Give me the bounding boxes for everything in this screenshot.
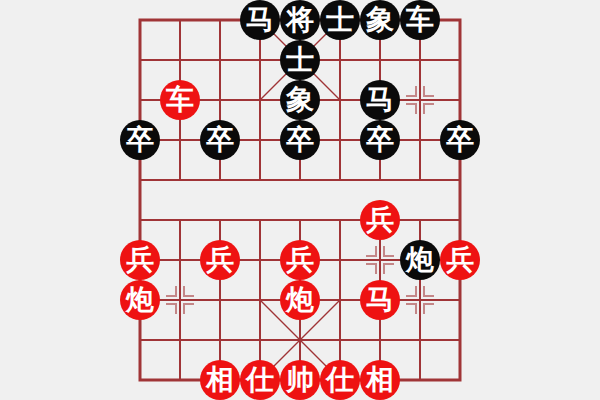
board-point-1-5[interactable] <box>160 200 200 240</box>
board-point-7-8[interactable] <box>400 320 440 360</box>
board-point-8-0[interactable] <box>440 0 480 40</box>
red-chariot-piece[interactable]: 车 <box>160 80 200 120</box>
board-point-2-6[interactable]: 兵 <box>200 240 240 280</box>
board-point-5-0[interactable]: 士 <box>320 0 360 40</box>
position-marker <box>406 286 434 314</box>
board-point-6-9[interactable]: 相 <box>360 360 400 400</box>
board-point-3-0[interactable]: 马 <box>240 0 280 40</box>
board-point-5-6[interactable] <box>320 240 360 280</box>
board-point-4-0[interactable]: 将 <box>280 0 320 40</box>
board-point-4-5[interactable] <box>280 200 320 240</box>
board-point-2-5[interactable] <box>200 200 240 240</box>
board-point-4-4[interactable] <box>280 160 320 200</box>
board-point-2-0[interactable] <box>200 0 240 40</box>
red-advisor-piece[interactable]: 仕 <box>240 360 280 400</box>
board-point-1-7[interactable] <box>160 280 200 320</box>
board-point-6-4[interactable] <box>360 160 400 200</box>
black-advisor-piece[interactable]: 士 <box>280 40 320 80</box>
black-elephant-piece[interactable]: 象 <box>360 0 400 40</box>
red-advisor-piece[interactable]: 仕 <box>320 360 360 400</box>
board-point-0-9[interactable] <box>120 360 160 400</box>
black-soldier-piece[interactable]: 卒 <box>120 120 160 160</box>
board-point-6-2[interactable]: 马 <box>360 80 400 120</box>
board-point-4-8[interactable] <box>280 320 320 360</box>
position-marker <box>406 86 434 114</box>
board-point-3-7[interactable] <box>240 280 280 320</box>
black-soldier-piece[interactable]: 卒 <box>280 120 320 160</box>
board-point-3-3[interactable] <box>240 120 280 160</box>
xiangqi-app-window: 马将士象车士车象马卒卒卒卒卒兵兵兵兵炮兵炮炮马相仕帅仕相 <box>0 0 600 400</box>
red-soldier-piece[interactable]: 兵 <box>280 240 320 280</box>
black-horse-piece[interactable]: 马 <box>360 80 400 120</box>
board-point-5-3[interactable] <box>320 120 360 160</box>
board-point-6-8[interactable] <box>360 320 400 360</box>
board-point-6-0[interactable]: 象 <box>360 0 400 40</box>
red-soldier-piece[interactable]: 兵 <box>120 240 160 280</box>
red-cannon-piece[interactable]: 炮 <box>280 280 320 320</box>
red-soldier-piece[interactable]: 兵 <box>200 240 240 280</box>
board-point-2-4[interactable] <box>200 160 240 200</box>
board-point-8-6[interactable]: 兵 <box>440 240 480 280</box>
board-point-8-8[interactable] <box>440 320 480 360</box>
board-point-6-1[interactable] <box>360 40 400 80</box>
board-point-2-7[interactable] <box>200 280 240 320</box>
board-point-0-8[interactable] <box>120 320 160 360</box>
board-point-3-2[interactable] <box>240 80 280 120</box>
board-point-4-2[interactable]: 象 <box>280 80 320 120</box>
board-point-1-0[interactable] <box>160 0 200 40</box>
board-point-3-8[interactable] <box>240 320 280 360</box>
board-point-7-9[interactable] <box>400 360 440 400</box>
board-point-0-5[interactable] <box>120 200 160 240</box>
board-point-4-1[interactable]: 士 <box>280 40 320 80</box>
board-point-8-4[interactable] <box>440 160 480 200</box>
xiangqi-board[interactable]: 马将士象车士车象马卒卒卒卒卒兵兵兵兵炮兵炮炮马相仕帅仕相 <box>120 0 480 400</box>
board-point-7-2[interactable] <box>400 80 440 120</box>
board-point-0-2[interactable] <box>120 80 160 120</box>
position-marker <box>166 286 194 314</box>
board-point-8-9[interactable] <box>440 360 480 400</box>
board-point-5-9[interactable]: 仕 <box>320 360 360 400</box>
red-king-piece[interactable]: 帅 <box>280 360 320 400</box>
board-point-3-1[interactable] <box>240 40 280 80</box>
board-point-6-7[interactable]: 马 <box>360 280 400 320</box>
red-elephant-piece[interactable]: 相 <box>200 360 240 400</box>
board-point-1-4[interactable] <box>160 160 200 200</box>
board-point-0-0[interactable] <box>120 0 160 40</box>
board-point-3-9[interactable]: 仕 <box>240 360 280 400</box>
board-point-8-5[interactable] <box>440 200 480 240</box>
black-soldier-piece[interactable]: 卒 <box>440 120 480 160</box>
board-point-7-6[interactable]: 炮 <box>400 240 440 280</box>
board-point-7-0[interactable]: 车 <box>400 0 440 40</box>
board-point-3-5[interactable] <box>240 200 280 240</box>
board-point-3-6[interactable] <box>240 240 280 280</box>
black-advisor-piece[interactable]: 士 <box>320 0 360 40</box>
board-point-4-6[interactable]: 兵 <box>280 240 320 280</box>
board-point-2-9[interactable]: 相 <box>200 360 240 400</box>
board-point-8-7[interactable] <box>440 280 480 320</box>
board-point-5-2[interactable] <box>320 80 360 120</box>
board-point-2-3[interactable]: 卒 <box>200 120 240 160</box>
board-point-7-4[interactable] <box>400 160 440 200</box>
red-soldier-piece[interactable]: 兵 <box>360 200 400 240</box>
board-point-7-3[interactable] <box>400 120 440 160</box>
board-point-1-1[interactable] <box>160 40 200 80</box>
board-point-7-7[interactable] <box>400 280 440 320</box>
board-point-2-1[interactable] <box>200 40 240 80</box>
red-horse-piece[interactable]: 马 <box>360 280 400 320</box>
black-cannon-piece[interactable]: 炮 <box>400 240 440 280</box>
board-point-8-1[interactable] <box>440 40 480 80</box>
board-point-0-7[interactable]: 炮 <box>120 280 160 320</box>
board-point-1-6[interactable] <box>160 240 200 280</box>
board-point-7-1[interactable] <box>400 40 440 80</box>
board-point-5-8[interactable] <box>320 320 360 360</box>
board-point-5-4[interactable] <box>320 160 360 200</box>
board-point-1-8[interactable] <box>160 320 200 360</box>
board-point-3-4[interactable] <box>240 160 280 200</box>
board-point-0-1[interactable] <box>120 40 160 80</box>
board-point-1-3[interactable] <box>160 120 200 160</box>
board-point-2-8[interactable] <box>200 320 240 360</box>
board-point-2-2[interactable] <box>200 80 240 120</box>
position-marker <box>366 246 394 274</box>
board-point-1-2[interactable]: 车 <box>160 80 200 120</box>
black-chariot-piece[interactable]: 车 <box>400 0 440 40</box>
board-point-5-7[interactable] <box>320 280 360 320</box>
black-soldier-piece[interactable]: 卒 <box>360 120 400 160</box>
board-point-1-9[interactable] <box>160 360 200 400</box>
board-point-4-9[interactable]: 帅 <box>280 360 320 400</box>
board-point-6-5[interactable]: 兵 <box>360 200 400 240</box>
black-soldier-piece[interactable]: 卒 <box>200 120 240 160</box>
board-point-5-1[interactable] <box>320 40 360 80</box>
board-point-4-7[interactable]: 炮 <box>280 280 320 320</box>
board-point-4-3[interactable]: 卒 <box>280 120 320 160</box>
board-point-7-5[interactable] <box>400 200 440 240</box>
red-soldier-piece[interactable]: 兵 <box>440 240 480 280</box>
board-point-5-5[interactable] <box>320 200 360 240</box>
black-king-piece[interactable]: 将 <box>280 0 320 40</box>
board-point-8-2[interactable] <box>440 80 480 120</box>
red-cannon-piece[interactable]: 炮 <box>120 280 160 320</box>
black-horse-piece[interactable]: 马 <box>240 0 280 40</box>
board-point-0-4[interactable] <box>120 160 160 200</box>
board-point-0-6[interactable]: 兵 <box>120 240 160 280</box>
board-point-8-3[interactable]: 卒 <box>440 120 480 160</box>
board-point-0-3[interactable]: 卒 <box>120 120 160 160</box>
red-elephant-piece[interactable]: 相 <box>360 360 400 400</box>
black-elephant-piece[interactable]: 象 <box>280 80 320 120</box>
board-point-6-3[interactable]: 卒 <box>360 120 400 160</box>
board-point-6-6[interactable] <box>360 240 400 280</box>
